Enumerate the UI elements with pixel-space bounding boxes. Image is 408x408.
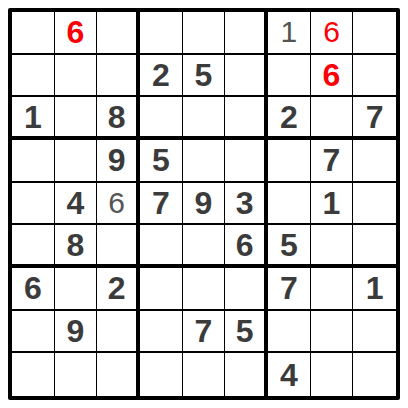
cell-r4c6[interactable] bbox=[225, 140, 268, 183]
cell-r9c3[interactable] bbox=[97, 353, 140, 396]
cell-r1c2[interactable]: 6 bbox=[55, 12, 98, 55]
cell-r1c6[interactable] bbox=[225, 12, 268, 55]
cell-r8c6[interactable]: 5 bbox=[225, 311, 268, 354]
cell-r7c7[interactable]: 7 bbox=[268, 268, 311, 311]
cell-r8c1[interactable] bbox=[12, 311, 55, 354]
cell-r4c5[interactable] bbox=[183, 140, 226, 183]
cell-r1c4[interactable] bbox=[140, 12, 183, 55]
cell-r8c4[interactable] bbox=[140, 311, 183, 354]
digit-r7c7: 7 bbox=[280, 272, 298, 304]
cell-r7c6[interactable] bbox=[225, 268, 268, 311]
cell-r2c7[interactable] bbox=[268, 55, 311, 98]
digit-r5c8: 1 bbox=[323, 187, 341, 219]
cell-r7c3[interactable]: 2 bbox=[97, 268, 140, 311]
digit-r6c7: 5 bbox=[280, 229, 298, 261]
cell-r7c8[interactable] bbox=[311, 268, 354, 311]
digit-r9c7: 4 bbox=[280, 359, 298, 391]
cell-r8c7[interactable] bbox=[268, 311, 311, 354]
cell-r1c8[interactable]: 6 bbox=[311, 12, 354, 55]
cell-r5c4[interactable]: 7 bbox=[140, 183, 183, 226]
cell-r4c2[interactable] bbox=[55, 140, 98, 183]
cell-r7c1[interactable]: 6 bbox=[12, 268, 55, 311]
cell-r7c4[interactable] bbox=[140, 268, 183, 311]
cell-r3c9[interactable]: 7 bbox=[353, 97, 396, 140]
cell-r6c1[interactable] bbox=[12, 225, 55, 268]
cell-r4c1[interactable] bbox=[12, 140, 55, 183]
cell-r6c7[interactable]: 5 bbox=[268, 225, 311, 268]
cell-r6c4[interactable] bbox=[140, 225, 183, 268]
cell-r5c8[interactable]: 1 bbox=[311, 183, 354, 226]
digit-r7c3: 2 bbox=[108, 272, 126, 304]
cell-r6c3[interactable] bbox=[97, 225, 140, 268]
cell-r8c2[interactable]: 9 bbox=[55, 311, 98, 354]
cell-r5c5[interactable]: 9 bbox=[183, 183, 226, 226]
cell-r2c2[interactable] bbox=[55, 55, 98, 98]
digit-r6c2: 8 bbox=[67, 229, 85, 261]
cell-r3c4[interactable] bbox=[140, 97, 183, 140]
digit-r2c5: 5 bbox=[195, 59, 213, 91]
digit-r7c9: 1 bbox=[366, 272, 384, 304]
digit-r2c4: 2 bbox=[152, 59, 170, 91]
cell-r6c6[interactable]: 6 bbox=[225, 225, 268, 268]
cell-r6c8[interactable] bbox=[311, 225, 354, 268]
digit-r4c8: 7 bbox=[323, 144, 341, 176]
cell-r9c5[interactable] bbox=[183, 353, 226, 396]
cell-r3c2[interactable] bbox=[55, 97, 98, 140]
digit-r1c2: 6 bbox=[67, 16, 85, 48]
cell-r7c5[interactable] bbox=[183, 268, 226, 311]
cell-r1c1[interactable] bbox=[12, 12, 55, 55]
cell-r4c3[interactable]: 9 bbox=[97, 140, 140, 183]
cell-r2c9[interactable] bbox=[353, 55, 396, 98]
cell-r2c8[interactable]: 6 bbox=[311, 55, 354, 98]
digit-r8c2: 9 bbox=[67, 315, 85, 347]
cell-r2c1[interactable] bbox=[12, 55, 55, 98]
cell-r5c3[interactable]: 6 bbox=[97, 183, 140, 226]
cell-r4c4[interactable]: 5 bbox=[140, 140, 183, 183]
digit-r1c7: 1 bbox=[280, 17, 297, 47]
digit-r3c9: 7 bbox=[366, 101, 384, 133]
digit-r8c5: 7 bbox=[195, 315, 213, 347]
cell-r6c9[interactable] bbox=[353, 225, 396, 268]
cell-r4c7[interactable] bbox=[268, 140, 311, 183]
cell-r3c1[interactable]: 1 bbox=[12, 97, 55, 140]
cell-r1c9[interactable] bbox=[353, 12, 396, 55]
sudoku-board: 616256182795746793186562719754 bbox=[8, 8, 400, 400]
cell-r5c1[interactable] bbox=[12, 183, 55, 226]
digit-r1c8: 6 bbox=[323, 17, 340, 47]
cell-r4c8[interactable]: 7 bbox=[311, 140, 354, 183]
cell-r7c2[interactable] bbox=[55, 268, 98, 311]
digit-r5c2: 4 bbox=[67, 187, 85, 219]
cell-r8c9[interactable] bbox=[353, 311, 396, 354]
cell-r9c6[interactable] bbox=[225, 353, 268, 396]
cell-r9c7[interactable]: 4 bbox=[268, 353, 311, 396]
cell-r2c4[interactable]: 2 bbox=[140, 55, 183, 98]
cell-r9c8[interactable] bbox=[311, 353, 354, 396]
cell-r1c7[interactable]: 1 bbox=[268, 12, 311, 55]
digit-r4c4: 5 bbox=[152, 144, 170, 176]
cell-r3c8[interactable] bbox=[311, 97, 354, 140]
cell-r3c7[interactable]: 2 bbox=[268, 97, 311, 140]
digit-r2c8: 6 bbox=[323, 59, 341, 91]
digit-r8c6: 5 bbox=[236, 315, 254, 347]
digit-r7c1: 6 bbox=[24, 272, 42, 304]
cell-r6c5[interactable] bbox=[183, 225, 226, 268]
cell-r5c7[interactable] bbox=[268, 183, 311, 226]
digit-r5c6: 3 bbox=[236, 187, 254, 219]
cell-r9c9[interactable] bbox=[353, 353, 396, 396]
digit-r5c4: 7 bbox=[152, 187, 170, 219]
cell-r2c6[interactable] bbox=[225, 55, 268, 98]
digit-r6c6: 6 bbox=[236, 229, 254, 261]
digit-r5c5: 9 bbox=[195, 187, 213, 219]
cell-r1c3[interactable] bbox=[97, 12, 140, 55]
digit-r3c7: 2 bbox=[280, 101, 298, 133]
sudoku-page: 616256182795746793186562719754 bbox=[0, 0, 408, 408]
cell-r2c5[interactable]: 5 bbox=[183, 55, 226, 98]
cell-r8c3[interactable] bbox=[97, 311, 140, 354]
cell-r5c9[interactable] bbox=[353, 183, 396, 226]
digit-r3c3: 8 bbox=[108, 101, 126, 133]
digit-r5c3: 6 bbox=[108, 188, 125, 218]
cell-r4c9[interactable] bbox=[353, 140, 396, 183]
cell-r3c3[interactable]: 8 bbox=[97, 97, 140, 140]
cell-r3c5[interactable] bbox=[183, 97, 226, 140]
cell-r8c8[interactable] bbox=[311, 311, 354, 354]
cell-r3c6[interactable] bbox=[225, 97, 268, 140]
cell-r5c6[interactable]: 3 bbox=[225, 183, 268, 226]
cell-r8c5[interactable]: 7 bbox=[183, 311, 226, 354]
digit-r3c1: 1 bbox=[24, 101, 42, 133]
cell-r9c4[interactable] bbox=[140, 353, 183, 396]
cell-r2c3[interactable] bbox=[97, 55, 140, 98]
cell-r5c2[interactable]: 4 bbox=[55, 183, 98, 226]
cell-r7c9[interactable]: 1 bbox=[353, 268, 396, 311]
cell-r6c2[interactable]: 8 bbox=[55, 225, 98, 268]
cell-r9c2[interactable] bbox=[55, 353, 98, 396]
cell-r1c5[interactable] bbox=[183, 12, 226, 55]
digit-r4c3: 9 bbox=[108, 144, 126, 176]
cell-r9c1[interactable] bbox=[12, 353, 55, 396]
